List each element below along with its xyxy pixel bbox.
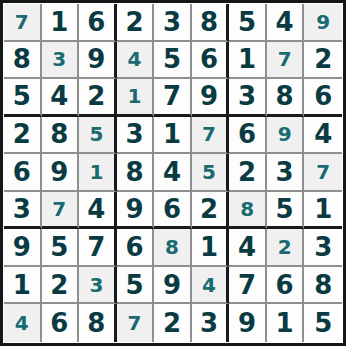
cell-r2c7[interactable]: 1 <box>229 42 267 80</box>
cell-r7c2[interactable]: 5 <box>42 229 80 267</box>
cell-r9c7[interactable]: 9 <box>229 304 267 342</box>
cell-r2c1[interactable]: 8 <box>4 42 42 80</box>
cell-r8c8[interactable]: 6 <box>267 267 305 305</box>
cell-r6c3[interactable]: 4 <box>79 192 117 230</box>
cell-r1c9[interactable]: 9 <box>304 4 342 42</box>
cell-r4c2[interactable]: 8 <box>42 117 80 155</box>
cell-r5c4[interactable]: 8 <box>117 154 155 192</box>
cell-r5c8[interactable]: 3 <box>267 154 305 192</box>
cell-r7c6[interactable]: 1 <box>192 229 230 267</box>
cell-r8c4[interactable]: 5 <box>117 267 155 305</box>
cell-r5c2[interactable]: 9 <box>42 154 80 192</box>
cell-r6c8[interactable]: 5 <box>267 192 305 230</box>
cell-r4c7[interactable]: 6 <box>229 117 267 155</box>
cell-r4c4[interactable]: 3 <box>117 117 155 155</box>
cell-r1c6[interactable]: 8 <box>192 4 230 42</box>
cell-r3c2[interactable]: 4 <box>42 79 80 117</box>
cell-r1c8[interactable]: 4 <box>267 4 305 42</box>
cell-r6c7[interactable]: 8 <box>229 192 267 230</box>
cell-r7c1[interactable]: 9 <box>4 229 42 267</box>
cell-r4c1[interactable]: 2 <box>4 117 42 155</box>
cell-r8c9[interactable]: 8 <box>304 267 342 305</box>
cell-r3c6[interactable]: 9 <box>192 79 230 117</box>
cell-r6c1[interactable]: 3 <box>4 192 42 230</box>
cell-r6c5[interactable]: 6 <box>154 192 192 230</box>
cell-r9c8[interactable]: 1 <box>267 304 305 342</box>
cell-r1c3[interactable]: 6 <box>79 4 117 42</box>
cell-r6c4[interactable]: 9 <box>117 192 155 230</box>
cell-r7c8[interactable]: 2 <box>267 229 305 267</box>
cell-r4c6[interactable]: 7 <box>192 117 230 155</box>
sudoku-board: 7162385498394561725421793862853176946918… <box>0 0 346 346</box>
cell-r7c9[interactable]: 3 <box>304 229 342 267</box>
cell-r4c8[interactable]: 9 <box>267 117 305 155</box>
cell-r5c3[interactable]: 1 <box>79 154 117 192</box>
cell-r8c6[interactable]: 4 <box>192 267 230 305</box>
cell-r8c5[interactable]: 9 <box>154 267 192 305</box>
cell-r3c8[interactable]: 8 <box>267 79 305 117</box>
cell-r1c5[interactable]: 3 <box>154 4 192 42</box>
cell-r9c2[interactable]: 6 <box>42 304 80 342</box>
cell-r1c7[interactable]: 5 <box>229 4 267 42</box>
cell-r8c3[interactable]: 3 <box>79 267 117 305</box>
cell-r7c7[interactable]: 4 <box>229 229 267 267</box>
cell-r9c9[interactable]: 5 <box>304 304 342 342</box>
cell-r6c6[interactable]: 2 <box>192 192 230 230</box>
cell-r2c2[interactable]: 3 <box>42 42 80 80</box>
cell-r9c5[interactable]: 2 <box>154 304 192 342</box>
cell-r9c6[interactable]: 3 <box>192 304 230 342</box>
cell-r6c2[interactable]: 7 <box>42 192 80 230</box>
cell-r3c3[interactable]: 2 <box>79 79 117 117</box>
cell-r5c9[interactable]: 7 <box>304 154 342 192</box>
cell-r3c9[interactable]: 6 <box>304 79 342 117</box>
cell-r8c1[interactable]: 1 <box>4 267 42 305</box>
cell-r3c7[interactable]: 3 <box>229 79 267 117</box>
cell-r1c4[interactable]: 2 <box>117 4 155 42</box>
cell-r3c5[interactable]: 7 <box>154 79 192 117</box>
cell-r9c4[interactable]: 7 <box>117 304 155 342</box>
cell-r7c3[interactable]: 7 <box>79 229 117 267</box>
cell-r2c3[interactable]: 9 <box>79 42 117 80</box>
cell-r3c4[interactable]: 1 <box>117 79 155 117</box>
cell-r6c9[interactable]: 1 <box>304 192 342 230</box>
sudoku-grid: 7162385498394561725421793862853176946918… <box>4 4 342 342</box>
cell-r2c9[interactable]: 2 <box>304 42 342 80</box>
cell-r4c3[interactable]: 5 <box>79 117 117 155</box>
cell-r1c2[interactable]: 1 <box>42 4 80 42</box>
cell-r8c7[interactable]: 7 <box>229 267 267 305</box>
cell-r9c3[interactable]: 8 <box>79 304 117 342</box>
cell-r2c5[interactable]: 5 <box>154 42 192 80</box>
cell-r7c4[interactable]: 6 <box>117 229 155 267</box>
cell-r1c1[interactable]: 7 <box>4 4 42 42</box>
cell-r4c5[interactable]: 1 <box>154 117 192 155</box>
cell-r2c4[interactable]: 4 <box>117 42 155 80</box>
cell-r4c9[interactable]: 4 <box>304 117 342 155</box>
cell-r5c1[interactable]: 6 <box>4 154 42 192</box>
cell-r3c1[interactable]: 5 <box>4 79 42 117</box>
cell-r9c1[interactable]: 4 <box>4 304 42 342</box>
cell-r8c2[interactable]: 2 <box>42 267 80 305</box>
cell-r5c6[interactable]: 5 <box>192 154 230 192</box>
cell-r5c5[interactable]: 4 <box>154 154 192 192</box>
cell-r5c7[interactable]: 2 <box>229 154 267 192</box>
cell-r2c8[interactable]: 7 <box>267 42 305 80</box>
cell-r2c6[interactable]: 6 <box>192 42 230 80</box>
cell-r7c5[interactable]: 8 <box>154 229 192 267</box>
